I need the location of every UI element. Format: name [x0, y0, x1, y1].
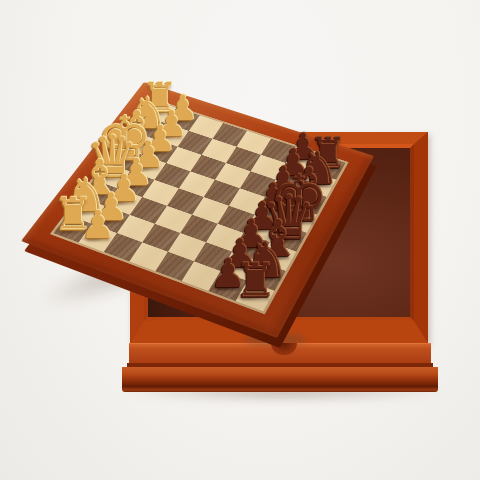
pieces-layer: ♜♟♞♟♝♟♟♚♜♟♟♛♞♟♟♝♝♟♟♞♚♟♟♜♛♟♟♝♟♞♟♜: [0, 0, 480, 480]
black-rook-a8[interactable]: ♜: [234, 257, 277, 305]
white-pawn-a2[interactable]: ♟: [80, 206, 115, 245]
chess-set-photo: ♜♟♞♟♝♟♟♚♜♟♟♛♞♟♟♝♝♟♟♞♚♟♟♜♛♟♟♝♟♞♟♜: [0, 0, 480, 480]
